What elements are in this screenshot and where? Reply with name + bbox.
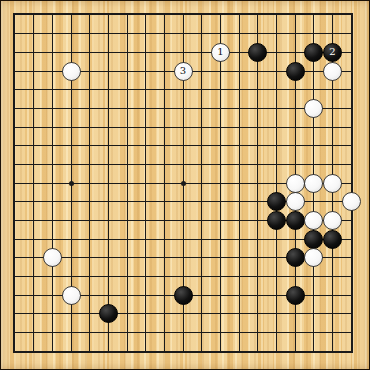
stone-white[interactable] (286, 192, 305, 211)
go-board-grid[interactable]: 123 (13, 13, 353, 353)
stone-black[interactable] (286, 248, 305, 267)
stone-black[interactable] (248, 43, 267, 62)
stones-layer: 123 (15, 15, 351, 351)
stone-white[interactable] (323, 174, 342, 193)
stone-white[interactable] (342, 192, 361, 211)
stone-black[interactable] (99, 304, 118, 323)
go-board[interactable]: 123 (0, 0, 370, 370)
stone-black[interactable] (323, 230, 342, 249)
stone-white-move-1[interactable]: 1 (211, 43, 230, 62)
stone-black[interactable] (286, 62, 305, 81)
stone-white[interactable] (304, 174, 323, 193)
stone-black[interactable] (174, 286, 193, 305)
stone-white-move-3[interactable]: 3 (174, 62, 193, 81)
stone-black[interactable] (286, 211, 305, 230)
stone-black[interactable] (286, 286, 305, 305)
stone-black[interactable] (304, 43, 323, 62)
stone-white[interactable] (304, 99, 323, 118)
stone-white[interactable] (323, 211, 342, 230)
stone-white[interactable] (304, 211, 323, 230)
stone-black[interactable] (267, 192, 286, 211)
stone-white[interactable] (62, 286, 81, 305)
stone-white[interactable] (304, 248, 323, 267)
stone-black[interactable] (304, 230, 323, 249)
stone-white[interactable] (286, 174, 305, 193)
stone-black-move-2[interactable]: 2 (323, 43, 342, 62)
stone-white[interactable] (323, 62, 342, 81)
stone-black[interactable] (267, 211, 286, 230)
stone-white[interactable] (43, 248, 62, 267)
stone-white[interactable] (62, 62, 81, 81)
